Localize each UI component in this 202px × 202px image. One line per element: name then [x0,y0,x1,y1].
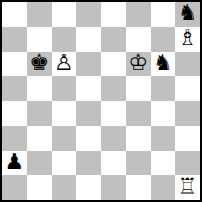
black-knight-icon[interactable]: ♞ [178,2,198,24]
square-a3[interactable] [2,126,27,151]
black-king-icon[interactable]: ♚ [29,52,49,74]
square-e7[interactable] [101,27,126,52]
square-f8[interactable] [126,2,151,27]
black-knight-icon[interactable]: ♞ [153,52,173,74]
square-d7[interactable] [76,27,101,52]
square-a5[interactable] [2,76,27,101]
square-a7[interactable] [2,27,27,52]
square-c6[interactable]: ♙ [52,52,77,77]
square-e8[interactable] [101,2,126,27]
square-b3[interactable] [27,126,52,151]
square-c8[interactable] [52,2,77,27]
black-pawn-icon[interactable]: ♟ [5,151,25,173]
square-c5[interactable] [52,76,77,101]
square-h4[interactable] [175,101,200,126]
square-e3[interactable] [101,126,126,151]
square-f4[interactable] [126,101,151,126]
square-f7[interactable] [126,27,151,52]
chess-board: ♞♗♚♙♔♞♟♖ [2,2,200,200]
square-b1[interactable] [27,175,52,200]
square-g3[interactable] [151,126,176,151]
square-f2[interactable] [126,151,151,176]
square-d4[interactable] [76,101,101,126]
square-d5[interactable] [76,76,101,101]
square-c1[interactable] [52,175,77,200]
square-e2[interactable] [101,151,126,176]
square-c2[interactable] [52,151,77,176]
square-h8[interactable]: ♞ [175,2,200,27]
square-a4[interactable] [2,101,27,126]
white-bishop-icon[interactable]: ♗ [178,27,198,49]
square-b5[interactable] [27,76,52,101]
square-g7[interactable] [151,27,176,52]
square-b8[interactable] [27,2,52,27]
square-c7[interactable] [52,27,77,52]
square-c3[interactable] [52,126,77,151]
square-b2[interactable] [27,151,52,176]
square-d6[interactable] [76,52,101,77]
square-e6[interactable] [101,52,126,77]
square-h6[interactable] [175,52,200,77]
square-g8[interactable] [151,2,176,27]
square-d1[interactable] [76,175,101,200]
square-f3[interactable] [126,126,151,151]
square-e5[interactable] [101,76,126,101]
square-g1[interactable] [151,175,176,200]
white-rook-icon[interactable]: ♖ [178,176,198,198]
square-d3[interactable] [76,126,101,151]
square-c4[interactable] [52,101,77,126]
square-a2[interactable]: ♟ [2,151,27,176]
square-f6[interactable]: ♔ [126,52,151,77]
square-e4[interactable] [101,101,126,126]
square-h7[interactable]: ♗ [175,27,200,52]
square-g6[interactable]: ♞ [151,52,176,77]
square-g2[interactable] [151,151,176,176]
white-king-icon[interactable]: ♔ [128,52,148,74]
square-b6[interactable]: ♚ [27,52,52,77]
square-a1[interactable] [2,175,27,200]
square-b7[interactable] [27,27,52,52]
square-h1[interactable]: ♖ [175,175,200,200]
square-g4[interactable] [151,101,176,126]
square-e1[interactable] [101,175,126,200]
square-g5[interactable] [151,76,176,101]
chess-diagram: ♞♗♚♙♔♞♟♖ [0,0,202,202]
square-a8[interactable] [2,2,27,27]
square-d8[interactable] [76,2,101,27]
square-b4[interactable] [27,101,52,126]
square-h3[interactable] [175,126,200,151]
white-pawn-icon[interactable]: ♙ [54,52,74,74]
square-h5[interactable] [175,76,200,101]
square-f1[interactable] [126,175,151,200]
square-d2[interactable] [76,151,101,176]
square-f5[interactable] [126,76,151,101]
square-h2[interactable] [175,151,200,176]
square-a6[interactable] [2,52,27,77]
